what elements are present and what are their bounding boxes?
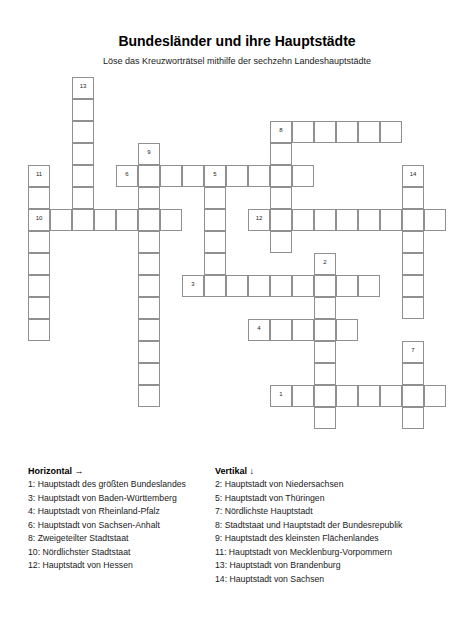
grid-cell[interactable]	[402, 209, 424, 231]
grid-cell[interactable]	[270, 319, 292, 341]
clue-number: 4	[257, 325, 260, 331]
clue-number: 6	[125, 171, 128, 177]
clue-item: 1: Hauptstadt des größten Bundeslandes	[28, 478, 210, 492]
grid-cell[interactable]	[138, 275, 160, 297]
grid-cell[interactable]	[28, 253, 50, 275]
grid-cell[interactable]	[402, 363, 424, 385]
clue-number: 12	[256, 215, 263, 221]
clues-across: Horizontal → 1: Hauptstadt des größten B…	[28, 464, 210, 573]
grid-cell[interactable]	[424, 385, 446, 407]
clue-number: 5	[213, 171, 216, 177]
clue-item: 11: Hauptstadt von Mecklenburg-Vorpommer…	[215, 546, 467, 560]
grid-cell[interactable]	[204, 231, 226, 253]
grid-cell[interactable]	[402, 275, 424, 297]
grid-cell[interactable]	[314, 121, 336, 143]
grid-cell[interactable]	[270, 143, 292, 165]
clue-item: 7: Nördlichste Hauptstadt	[215, 505, 467, 519]
clue-item: 9: Hauptstadt des kleinsten Flächenlande…	[215, 532, 467, 546]
grid-cell[interactable]	[226, 275, 248, 297]
clue-number: 13	[80, 83, 87, 89]
grid-cell[interactable]	[28, 187, 50, 209]
grid-cell[interactable]	[336, 275, 358, 297]
grid-cell[interactable]	[72, 187, 94, 209]
clue-number: 9	[147, 149, 150, 155]
grid-cell[interactable]: 3	[182, 275, 204, 297]
grid-cell[interactable]	[292, 275, 314, 297]
grid-cell[interactable]	[270, 187, 292, 209]
grid-cell[interactable]	[138, 363, 160, 385]
clue-item: 5: Hauptstadt von Thüringen	[215, 492, 467, 506]
page-title: Bundesländer und ihre Hauptstädte	[0, 33, 474, 49]
grid-cell[interactable]	[160, 209, 182, 231]
grid-cell[interactable]	[72, 121, 94, 143]
grid-cell[interactable]	[204, 187, 226, 209]
clues-down: Vertikal ↓ 2: Hauptstadt von Niedersachs…	[215, 464, 467, 586]
grid-cell[interactable]	[28, 319, 50, 341]
grid-cell[interactable]	[270, 209, 292, 231]
grid-cell[interactable]	[358, 121, 380, 143]
clue-item: 3: Hauptstadt von Baden-Württemberg	[28, 492, 210, 506]
clue-item: 2: Hauptstadt von Niedersachsen	[215, 478, 467, 492]
clue-item: 8: Stadtstaat und Hauptstadt der Bundesr…	[215, 519, 467, 533]
grid-cell[interactable]	[182, 165, 204, 187]
worksheet-page: Bundesländer und ihre Hauptstädte Löse d…	[0, 0, 474, 619]
grid-cell[interactable]	[402, 297, 424, 319]
grid-cell[interactable]	[314, 385, 336, 407]
grid-cell[interactable]	[336, 121, 358, 143]
grid-cell[interactable]	[402, 385, 424, 407]
grid-cell[interactable]	[314, 407, 336, 429]
clues-across-header: Horizontal →	[28, 464, 210, 478]
grid-cell[interactable]	[358, 275, 380, 297]
grid-cell[interactable]	[402, 231, 424, 253]
grid-cell[interactable]	[314, 341, 336, 363]
grid-cell[interactable]	[72, 99, 94, 121]
grid-cell[interactable]: 2	[314, 253, 336, 275]
grid-cell[interactable]	[116, 209, 138, 231]
grid-cell[interactable]	[138, 341, 160, 363]
grid-cell[interactable]	[50, 209, 72, 231]
clues-across-list: 1: Hauptstadt des größten Bundeslandes3:…	[28, 478, 210, 573]
grid-cell[interactable]	[424, 209, 446, 231]
grid-cell[interactable]	[138, 209, 160, 231]
grid-cell[interactable]	[94, 209, 116, 231]
clue-number: 3	[191, 281, 194, 287]
grid-cell[interactable]	[72, 209, 94, 231]
grid-cell[interactable]	[380, 385, 402, 407]
clue-item: 12: Hauptstadt von Hessen	[28, 559, 210, 573]
grid-cell[interactable]	[292, 165, 314, 187]
grid-cell[interactable]	[138, 253, 160, 275]
clue-number: 1	[279, 391, 282, 397]
grid-cell[interactable]	[226, 165, 248, 187]
grid-cell[interactable]	[138, 385, 160, 407]
grid-cell[interactable]	[358, 209, 380, 231]
clues-down-header: Vertikal ↓	[215, 464, 467, 478]
grid-cell[interactable]	[380, 209, 402, 231]
grid-cell[interactable]	[292, 319, 314, 341]
grid-cell[interactable]	[336, 209, 358, 231]
grid-cell[interactable]: 4	[248, 319, 270, 341]
grid-cell[interactable]	[138, 319, 160, 341]
clue-item: 8: Zweigeteilter Stadtstaat	[28, 532, 210, 546]
clue-item: 14: Hauptstadt von Sachsen	[215, 573, 467, 587]
grid-cell[interactable]: 8	[270, 121, 292, 143]
grid-cell[interactable]	[270, 231, 292, 253]
grid-cell[interactable]	[314, 275, 336, 297]
clue-number: 14	[410, 171, 417, 177]
grid-cell[interactable]	[292, 385, 314, 407]
grid-cell[interactable]: 1	[270, 385, 292, 407]
grid-cell[interactable]	[314, 297, 336, 319]
grid-cell[interactable]: 10	[28, 209, 50, 231]
grid-cell[interactable]	[380, 121, 402, 143]
clue-number: 11	[36, 171, 42, 177]
grid-cell[interactable]	[204, 253, 226, 275]
grid-cell[interactable]	[314, 209, 336, 231]
grid-cell[interactable]	[160, 165, 182, 187]
clue-item: 6: Hauptstadt von Sachsen-Anhalt	[28, 519, 210, 533]
grid-cell[interactable]	[204, 275, 226, 297]
grid-cell[interactable]	[314, 363, 336, 385]
grid-cell[interactable]	[138, 231, 160, 253]
grid-cell[interactable]	[358, 385, 380, 407]
grid-cell[interactable]: 6	[116, 165, 138, 187]
clue-number: 10	[36, 215, 43, 221]
grid-cell[interactable]	[402, 253, 424, 275]
grid-cell[interactable]: 9	[138, 143, 160, 165]
crossword-grid: 1389116514101223471	[28, 77, 446, 429]
clue-number: 8	[279, 127, 282, 133]
grid-cell[interactable]: 7	[402, 341, 424, 363]
grid-cell[interactable]	[292, 121, 314, 143]
grid-cell[interactable]	[72, 143, 94, 165]
grid-cell[interactable]	[402, 407, 424, 429]
grid-cell[interactable]	[138, 187, 160, 209]
grid-cell[interactable]	[270, 165, 292, 187]
grid-cell[interactable]: 13	[72, 77, 94, 99]
grid-cell[interactable]	[336, 319, 358, 341]
clue-item: 13: Hauptstadt von Brandenburg	[215, 559, 467, 573]
grid-cell[interactable]	[292, 209, 314, 231]
grid-cell[interactable]	[336, 385, 358, 407]
grid-cell[interactable]	[138, 297, 160, 319]
clues-down-list: 2: Hauptstadt von Niedersachsen5: Haupts…	[215, 478, 467, 586]
grid-cell[interactable]	[28, 231, 50, 253]
grid-cell[interactable]: 5	[204, 165, 226, 187]
grid-cell[interactable]	[402, 187, 424, 209]
grid-cell[interactable]	[72, 165, 94, 187]
grid-cell[interactable]	[138, 165, 160, 187]
page-subtitle: Löse das Kreuzworträtsel mithilfe der se…	[0, 56, 474, 66]
grid-cell[interactable]	[314, 319, 336, 341]
grid-cell[interactable]	[248, 275, 270, 297]
grid-cell[interactable]: 12	[248, 209, 270, 231]
clue-number: 7	[411, 347, 414, 353]
grid-cell[interactable]	[270, 275, 292, 297]
clue-item: 4: Hauptstadt von Rheinland-Pfalz	[28, 505, 210, 519]
grid-cell[interactable]	[28, 275, 50, 297]
clue-item: 10: Nördlichster Stadtstaat	[28, 546, 210, 560]
grid-cell[interactable]: 11	[28, 165, 50, 187]
grid-cell[interactable]: 14	[402, 165, 424, 187]
grid-cell[interactable]	[248, 165, 270, 187]
grid-cell[interactable]	[204, 209, 226, 231]
grid-cell[interactable]	[28, 297, 50, 319]
clue-number: 2	[323, 259, 326, 265]
